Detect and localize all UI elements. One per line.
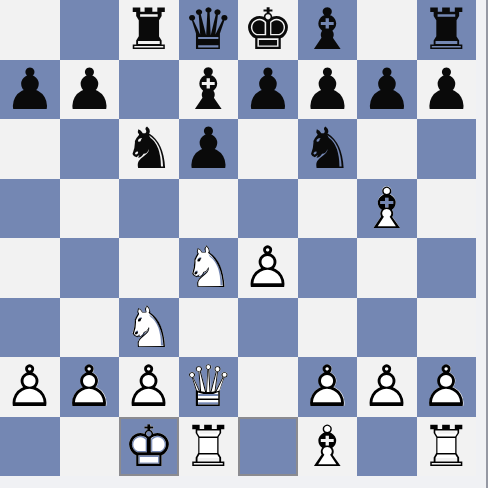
square-c5[interactable] <box>119 179 179 239</box>
square-a6[interactable] <box>0 119 60 179</box>
white-pawn-glyph: ♟ <box>0 357 60 417</box>
white-bishop-outline: ♗ <box>357 179 417 239</box>
square-g1[interactable] <box>357 417 417 477</box>
square-c2[interactable]: ♟♙ <box>119 357 179 417</box>
white-pawn-piece[interactable]: ♟♙ <box>119 357 179 417</box>
square-g2[interactable]: ♟♙ <box>357 357 417 417</box>
square-e3[interactable] <box>238 298 298 358</box>
black-rook-piece[interactable]: ♜ <box>119 0 179 60</box>
white-king-glyph: ♚ <box>119 417 179 477</box>
square-f4[interactable] <box>298 238 358 298</box>
white-pawn-glyph: ♟ <box>417 357 477 417</box>
white-bishop-glyph: ♝ <box>357 179 417 239</box>
square-c1[interactable]: ♚♔ <box>119 417 179 477</box>
black-bishop-piece[interactable]: ♝ <box>298 0 358 60</box>
square-c4[interactable] <box>119 238 179 298</box>
white-pawn-glyph: ♟ <box>238 238 298 298</box>
white-pawn-outline: ♙ <box>417 357 477 417</box>
white-pawn-glyph: ♟ <box>298 357 358 417</box>
white-bishop-piece[interactable]: ♝♗ <box>357 179 417 239</box>
white-pawn-outline: ♙ <box>298 357 358 417</box>
square-g7[interactable]: ♟ <box>357 60 417 120</box>
black-pawn-glyph: ♟ <box>357 60 417 120</box>
white-pawn-outline: ♙ <box>60 357 120 417</box>
black-pawn-piece[interactable]: ♟ <box>417 60 477 120</box>
square-b3[interactable] <box>60 298 120 358</box>
square-c6[interactable]: ♞ <box>119 119 179 179</box>
white-pawn-outline: ♙ <box>357 357 417 417</box>
square-g6[interactable] <box>357 119 417 179</box>
black-pawn-glyph: ♟ <box>298 60 358 120</box>
white-pawn-piece[interactable]: ♟♙ <box>60 357 120 417</box>
white-queen-piece[interactable]: ♛♕ <box>179 357 239 417</box>
square-e4[interactable]: ♟♙ <box>238 238 298 298</box>
square-d7[interactable]: ♝ <box>179 60 239 120</box>
square-h6[interactable] <box>417 119 477 179</box>
white-pawn-glyph: ♟ <box>357 357 417 417</box>
square-g8[interactable] <box>357 0 417 60</box>
square-f8[interactable]: ♝ <box>298 0 358 60</box>
black-pawn-glyph: ♟ <box>60 60 120 120</box>
square-b7[interactable]: ♟ <box>60 60 120 120</box>
white-pawn-piece[interactable]: ♟♙ <box>238 238 298 298</box>
square-e8[interactable]: ♚ <box>238 0 298 60</box>
square-f7[interactable]: ♟ <box>298 60 358 120</box>
square-e6[interactable] <box>238 119 298 179</box>
square-c3[interactable]: ♞♘ <box>119 298 179 358</box>
white-king-piece[interactable]: ♚♔ <box>119 417 179 477</box>
black-knight-piece[interactable]: ♞ <box>119 119 179 179</box>
square-d2[interactable]: ♛♕ <box>179 357 239 417</box>
square-g5[interactable]: ♝♗ <box>357 179 417 239</box>
square-b1[interactable] <box>60 417 120 477</box>
black-pawn-glyph: ♟ <box>238 60 298 120</box>
square-a5[interactable] <box>0 179 60 239</box>
black-queen-piece[interactable]: ♛ <box>179 0 239 60</box>
black-queen-glyph: ♛ <box>179 0 239 60</box>
black-bishop-piece[interactable]: ♝ <box>179 60 239 120</box>
white-king-outline: ♔ <box>119 417 179 477</box>
white-pawn-outline: ♙ <box>0 357 60 417</box>
square-a1[interactable] <box>0 417 60 477</box>
square-h3[interactable] <box>417 298 477 358</box>
square-e1[interactable] <box>238 417 298 477</box>
square-a8[interactable] <box>0 0 60 60</box>
square-h1[interactable]: ♜♖ <box>417 417 477 477</box>
square-h5[interactable] <box>417 179 477 239</box>
white-rook-outline: ♖ <box>417 417 477 477</box>
chess-board: ♜♛♚♝♜♟♟♝♟♟♟♟♞♟♞♝♗♞♘♟♙♞♘♟♙♟♙♟♙♛♕♟♙♟♙♟♙♚♔♜… <box>0 0 476 476</box>
black-pawn-glyph: ♟ <box>179 119 239 179</box>
square-g3[interactable] <box>357 298 417 358</box>
square-f2[interactable]: ♟♙ <box>298 357 358 417</box>
black-rook-glyph: ♜ <box>417 0 477 60</box>
white-pawn-piece[interactable]: ♟♙ <box>298 357 358 417</box>
square-f3[interactable] <box>298 298 358 358</box>
black-pawn-piece[interactable]: ♟ <box>0 60 60 120</box>
white-pawn-glyph: ♟ <box>60 357 120 417</box>
white-rook-outline: ♖ <box>179 417 239 477</box>
white-knight-piece[interactable]: ♞♘ <box>179 238 239 298</box>
square-d1[interactable]: ♜♖ <box>179 417 239 477</box>
square-d3[interactable] <box>179 298 239 358</box>
square-e5[interactable] <box>238 179 298 239</box>
black-knight-piece[interactable]: ♞ <box>298 119 358 179</box>
square-g4[interactable] <box>357 238 417 298</box>
white-knight-piece[interactable]: ♞♘ <box>119 298 179 358</box>
square-e2[interactable] <box>238 357 298 417</box>
white-bishop-piece[interactable]: ♝♗ <box>298 417 358 477</box>
white-bishop-outline: ♗ <box>298 417 358 477</box>
black-rook-glyph: ♜ <box>119 0 179 60</box>
square-b8[interactable] <box>60 0 120 60</box>
white-knight-glyph: ♞ <box>179 238 239 298</box>
black-knight-glyph: ♞ <box>119 119 179 179</box>
white-bishop-glyph: ♝ <box>298 417 358 477</box>
square-h2[interactable]: ♟♙ <box>417 357 477 417</box>
black-king-piece[interactable]: ♚ <box>238 0 298 60</box>
square-a3[interactable] <box>0 298 60 358</box>
white-pawn-piece[interactable]: ♟♙ <box>417 357 477 417</box>
white-knight-outline: ♘ <box>179 238 239 298</box>
black-pawn-glyph: ♟ <box>0 60 60 120</box>
black-pawn-piece[interactable]: ♟ <box>238 60 298 120</box>
square-h4[interactable] <box>417 238 477 298</box>
square-b6[interactable] <box>60 119 120 179</box>
square-f5[interactable] <box>298 179 358 239</box>
square-e7[interactable]: ♟ <box>238 60 298 120</box>
white-rook-piece[interactable]: ♜♖ <box>417 417 477 477</box>
square-a7[interactable]: ♟ <box>0 60 60 120</box>
black-knight-glyph: ♞ <box>298 119 358 179</box>
black-rook-piece[interactable]: ♜ <box>417 0 477 60</box>
white-rook-glyph: ♜ <box>179 417 239 477</box>
square-a2[interactable]: ♟♙ <box>0 357 60 417</box>
black-pawn-piece[interactable]: ♟ <box>179 119 239 179</box>
white-pawn-piece[interactable]: ♟♙ <box>357 357 417 417</box>
white-pawn-outline: ♙ <box>119 357 179 417</box>
square-b5[interactable] <box>60 179 120 239</box>
white-knight-outline: ♘ <box>119 298 179 358</box>
square-f6[interactable]: ♞ <box>298 119 358 179</box>
square-b4[interactable] <box>60 238 120 298</box>
black-pawn-piece[interactable]: ♟ <box>357 60 417 120</box>
black-bishop-glyph: ♝ <box>179 60 239 120</box>
square-h7[interactable]: ♟ <box>417 60 477 120</box>
square-d8[interactable]: ♛ <box>179 0 239 60</box>
white-queen-outline: ♕ <box>179 357 239 417</box>
white-pawn-glyph: ♟ <box>119 357 179 417</box>
white-pawn-outline: ♙ <box>238 238 298 298</box>
square-h8[interactable]: ♜ <box>417 0 477 60</box>
white-rook-glyph: ♜ <box>417 417 477 477</box>
white-queen-glyph: ♛ <box>179 357 239 417</box>
square-a4[interactable] <box>0 238 60 298</box>
square-f1[interactable]: ♝♗ <box>298 417 358 477</box>
black-pawn-piece[interactable]: ♟ <box>60 60 120 120</box>
black-king-glyph: ♚ <box>238 0 298 60</box>
square-b2[interactable]: ♟♙ <box>60 357 120 417</box>
black-pawn-piece[interactable]: ♟ <box>298 60 358 120</box>
square-d4[interactable]: ♞♘ <box>179 238 239 298</box>
square-c7[interactable] <box>119 60 179 120</box>
square-d5[interactable] <box>179 179 239 239</box>
black-bishop-glyph: ♝ <box>298 0 358 60</box>
page: ♜♛♚♝♜♟♟♝♟♟♟♟♞♟♞♝♗♞♘♟♙♞♘♟♙♟♙♟♙♛♕♟♙♟♙♟♙♚♔♜… <box>0 0 488 488</box>
square-c8[interactable]: ♜ <box>119 0 179 60</box>
white-pawn-piece[interactable]: ♟♙ <box>0 357 60 417</box>
black-pawn-glyph: ♟ <box>417 60 477 120</box>
white-rook-piece[interactable]: ♜♖ <box>179 417 239 477</box>
square-d6[interactable]: ♟ <box>179 119 239 179</box>
white-knight-glyph: ♞ <box>119 298 179 358</box>
